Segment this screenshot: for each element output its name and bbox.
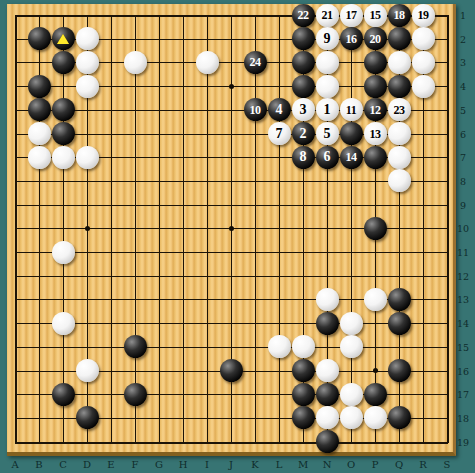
col-label: K <box>251 459 258 470</box>
stone-white[interactable]: 5 <box>316 122 339 145</box>
col-label: C <box>59 459 67 470</box>
stone-black[interactable] <box>340 122 363 145</box>
move-number: 10 <box>250 104 261 116</box>
grid-line <box>447 15 449 443</box>
row-label: 2 <box>453 33 473 44</box>
row-label: 6 <box>453 128 473 139</box>
grid-line <box>279 15 280 443</box>
stone-black[interactable] <box>364 383 387 406</box>
stone-white[interactable] <box>52 241 75 264</box>
stone-white[interactable] <box>292 335 315 358</box>
triangle-marker <box>57 34 69 44</box>
move-number: 18 <box>394 9 405 21</box>
row-label: 14 <box>453 318 473 329</box>
grid-line <box>15 252 448 253</box>
row-label: 19 <box>453 436 473 447</box>
stone-white[interactable] <box>388 122 411 145</box>
stone-black[interactable] <box>388 75 411 98</box>
row-label: 8 <box>453 175 473 186</box>
stone-black[interactable]: 14 <box>340 146 363 169</box>
col-label: N <box>323 459 332 470</box>
stone-black[interactable] <box>124 383 147 406</box>
move-number: 12 <box>370 104 381 116</box>
stone-white[interactable]: 1 <box>316 98 339 121</box>
stone-black[interactable] <box>388 406 411 429</box>
stone-white[interactable] <box>28 146 51 169</box>
col-label: S <box>444 459 451 470</box>
stone-black[interactable] <box>292 359 315 382</box>
stone-white[interactable] <box>340 335 363 358</box>
stone-black[interactable] <box>220 359 243 382</box>
stone-black[interactable]: 10 <box>244 98 267 121</box>
stone-white[interactable]: 3 <box>292 98 315 121</box>
move-number: 1 <box>324 103 331 117</box>
move-number: 14 <box>346 151 357 163</box>
stone-black[interactable]: 4 <box>268 98 291 121</box>
move-number: 4 <box>276 103 283 117</box>
stone-white[interactable] <box>76 146 99 169</box>
stone-white[interactable] <box>340 383 363 406</box>
stone-black[interactable] <box>388 359 411 382</box>
move-number: 9 <box>324 32 331 46</box>
col-label: P <box>372 459 379 470</box>
move-number: 16 <box>346 33 357 45</box>
stone-white[interactable] <box>316 359 339 382</box>
move-number: 17 <box>346 9 357 21</box>
stone-white[interactable] <box>316 51 339 74</box>
row-label: 17 <box>453 389 473 400</box>
stone-white[interactable] <box>340 312 363 335</box>
row-label: 16 <box>453 365 473 376</box>
stone-black[interactable] <box>292 383 315 406</box>
move-number: 8 <box>300 150 307 164</box>
stone-black[interactable] <box>292 51 315 74</box>
stone-black[interactable] <box>388 288 411 311</box>
row-label: 3 <box>453 57 473 68</box>
stone-black[interactable] <box>364 217 387 240</box>
col-label: D <box>83 459 91 470</box>
stone-white[interactable] <box>412 27 435 50</box>
row-label: 4 <box>453 81 473 92</box>
stone-white[interactable]: 19 <box>412 4 435 27</box>
stone-white[interactable]: 23 <box>388 98 411 121</box>
stone-white[interactable] <box>316 75 339 98</box>
stone-white[interactable]: 11 <box>340 98 363 121</box>
col-label: G <box>155 459 163 470</box>
stone-black[interactable]: 20 <box>364 27 387 50</box>
stone-black[interactable]: 24 <box>244 51 267 74</box>
move-number: 3 <box>300 103 307 117</box>
grid-line <box>255 15 256 443</box>
stone-white[interactable] <box>388 169 411 192</box>
row-label: 12 <box>453 270 473 281</box>
col-label: Q <box>395 459 403 470</box>
stone-black[interactable] <box>52 27 75 50</box>
stone-white[interactable] <box>388 51 411 74</box>
stone-white[interactable] <box>52 146 75 169</box>
stone-black[interactable] <box>364 146 387 169</box>
row-label: 5 <box>453 104 473 115</box>
move-number: 21 <box>322 9 333 21</box>
stone-black[interactable] <box>316 430 339 453</box>
row-label: 7 <box>453 152 473 163</box>
stone-white[interactable] <box>76 27 99 50</box>
stone-black[interactable]: 8 <box>292 146 315 169</box>
stone-black[interactable] <box>52 51 75 74</box>
stone-white[interactable] <box>388 146 411 169</box>
stone-black[interactable]: 22 <box>292 4 315 27</box>
stone-black[interactable]: 16 <box>340 27 363 50</box>
move-number: 20 <box>370 33 381 45</box>
stone-white[interactable]: 9 <box>316 27 339 50</box>
stone-white[interactable] <box>412 51 435 74</box>
stone-white[interactable]: 13 <box>364 122 387 145</box>
col-label: E <box>107 459 114 470</box>
row-label: 10 <box>453 223 473 234</box>
stone-black[interactable] <box>52 122 75 145</box>
move-number: 2 <box>300 127 307 141</box>
stone-white[interactable] <box>364 288 387 311</box>
stone-black[interactable] <box>316 312 339 335</box>
stone-white[interactable] <box>316 288 339 311</box>
stone-black[interactable] <box>28 75 51 98</box>
move-number: 5 <box>324 127 331 141</box>
col-label: R <box>419 459 427 470</box>
star-point <box>85 226 90 231</box>
stone-white[interactable] <box>52 312 75 335</box>
stone-black[interactable] <box>388 312 411 335</box>
col-label: B <box>35 459 42 470</box>
move-number: 7 <box>276 127 283 141</box>
stone-black[interactable]: 2 <box>292 122 315 145</box>
col-label: F <box>132 459 139 470</box>
stone-black[interactable] <box>76 406 99 429</box>
stone-black[interactable] <box>28 98 51 121</box>
row-label: 18 <box>453 412 473 423</box>
col-label: L <box>276 459 283 470</box>
move-number: 24 <box>250 56 261 68</box>
star-point <box>229 226 234 231</box>
stone-black[interactable] <box>364 75 387 98</box>
grid-line <box>15 323 448 324</box>
stone-black[interactable]: 6 <box>316 146 339 169</box>
col-label: M <box>298 459 308 470</box>
row-label: 15 <box>453 341 473 352</box>
move-number: 22 <box>298 9 309 21</box>
stone-white[interactable]: 21 <box>316 4 339 27</box>
stone-white[interactable] <box>196 51 219 74</box>
stone-white[interactable] <box>340 406 363 429</box>
stone-black[interactable] <box>28 27 51 50</box>
stone-black[interactable] <box>364 51 387 74</box>
move-number: 19 <box>418 9 429 21</box>
stone-white[interactable] <box>364 406 387 429</box>
stone-black[interactable] <box>292 27 315 50</box>
stone-white[interactable] <box>76 51 99 74</box>
stone-white[interactable] <box>76 75 99 98</box>
stone-white[interactable]: 7 <box>268 122 291 145</box>
stone-white[interactable]: 15 <box>364 4 387 27</box>
row-label: 9 <box>453 199 473 210</box>
stone-black[interactable] <box>292 406 315 429</box>
stone-black[interactable] <box>52 383 75 406</box>
move-number: 11 <box>346 104 356 116</box>
stone-black[interactable] <box>52 98 75 121</box>
stone-black[interactable]: 12 <box>364 98 387 121</box>
col-label: I <box>205 459 209 470</box>
stone-white[interactable] <box>268 335 291 358</box>
col-label: J <box>229 459 233 470</box>
stone-black[interactable] <box>316 383 339 406</box>
stone-white[interactable] <box>124 51 147 74</box>
star-point <box>373 368 378 373</box>
stone-black[interactable] <box>292 75 315 98</box>
grid-line <box>351 15 352 443</box>
goban-frame: 222117151819916202410431111223725138614A… <box>0 0 475 473</box>
col-label: A <box>11 459 18 470</box>
move-number: 13 <box>370 128 381 140</box>
col-label: O <box>347 459 355 470</box>
stone-black[interactable]: 18 <box>388 4 411 27</box>
row-label: 1 <box>453 10 473 21</box>
star-point <box>229 84 234 89</box>
grid-line <box>15 347 448 348</box>
stone-white[interactable] <box>76 359 99 382</box>
row-label: 11 <box>453 247 473 258</box>
stone-white[interactable] <box>28 122 51 145</box>
row-label: 13 <box>453 294 473 305</box>
grid-line <box>15 442 448 444</box>
stone-white[interactable]: 17 <box>340 4 363 27</box>
stone-black[interactable] <box>388 27 411 50</box>
stone-white[interactable] <box>316 406 339 429</box>
move-number: 15 <box>370 9 381 21</box>
move-number: 23 <box>394 104 405 116</box>
stone-white[interactable] <box>412 75 435 98</box>
move-number: 6 <box>324 150 331 164</box>
grid-line <box>15 276 448 277</box>
col-label: H <box>179 459 188 470</box>
stone-black[interactable] <box>124 335 147 358</box>
